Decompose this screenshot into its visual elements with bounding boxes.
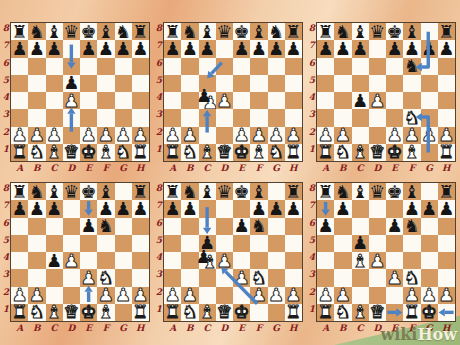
square-e2 [386,287,403,304]
square-d5 [216,235,233,252]
square-h8: ♜ [132,183,149,200]
file-label-A: A [164,162,181,174]
square-a4 [164,252,181,269]
black-pawn: ♟ [438,200,454,218]
square-b2: ♟ [28,287,45,304]
white-queen: ♛ [216,303,232,321]
square-e8: ♚ [80,183,97,200]
square-e1: ♚ [386,144,403,161]
square-h2: ♟ [285,127,302,144]
white-rook: ♜ [318,303,334,321]
square-f1: ♝ [403,144,420,161]
square-a3 [164,269,181,286]
square-g6 [421,218,438,235]
square-e5 [386,235,403,252]
square-a3 [164,109,181,126]
file-label-A: A [11,162,28,174]
square-e2: ♟ [233,127,250,144]
square-c2 [46,287,63,304]
chess-board: ♜♞♝♛♚♝♞♜♟♟♟♟♟♟♟♟♟♟♟♟♟♟♟♟♜♞♝♛♚♝♞♜ [164,23,302,161]
square-c4: ♟♟ [199,92,216,109]
square-d2 [369,127,386,144]
square-a7: ♟ [11,40,28,57]
square-g3 [421,109,438,126]
wikihow-wiki-text: wiki [380,325,417,344]
black-king: ♚ [234,183,250,201]
square-h8: ♜ [285,23,302,40]
square-g7: ♟ [268,40,285,57]
black-pawn: ♟ [98,40,114,58]
square-f4 [403,92,420,109]
white-rook: ♜ [132,303,148,321]
square-g1 [268,304,285,321]
square-e5 [386,75,403,92]
square-f7: ♟ [97,200,114,217]
rank-label-8: 8 [306,23,317,40]
white-pawn: ♟ [421,286,437,304]
white-rook: ♜ [438,143,454,161]
square-g4 [421,92,438,109]
square-h3 [132,109,149,126]
white-pawn: ♟ [268,126,284,144]
square-b5 [28,75,45,92]
square-e5 [233,75,250,92]
square-f3 [250,109,267,126]
black-pawn: ♟ [46,200,62,218]
square-c6 [46,58,63,75]
black-queen: ♛ [216,183,232,201]
square-e8: ♚ [233,23,250,40]
square-a5 [11,235,28,252]
square-b3 [28,109,45,126]
rank-label-3: 3 [153,109,164,126]
rank-label-5: 5 [0,235,11,252]
square-c3 [46,109,63,126]
white-pawn: ♟ [29,286,45,304]
rank-label-5: 5 [306,75,317,92]
black-pawn: ♟ [285,40,301,58]
square-g5 [421,235,438,252]
square-e1: ♚ [233,304,250,321]
chess-board: ♜♞♝♛♚♝♜♟♟♟♟♟♟♟♞♟♟♟♞♟♟♟♟♟♜♞♝♛♚♝♜ [11,183,149,321]
square-f8: ♝ [403,23,420,40]
square-f3: ♞ [403,109,420,126]
white-pawn: ♟ [234,269,250,287]
file-labels: ABCDEFGH [164,162,302,174]
square-b1: ♞ [334,144,351,161]
square-b8: ♞ [28,183,45,200]
file-label-A: A [317,162,334,174]
rank-label-7: 7 [0,200,11,217]
square-e4 [233,252,250,269]
square-h5 [285,75,302,92]
square-f5 [250,235,267,252]
white-pawn: ♟ [216,92,232,110]
square-h3 [438,269,455,286]
white-bishop: ♝ [352,143,368,161]
square-b4 [28,252,45,269]
black-knight: ♞ [268,23,284,41]
black-bishop: ♝ [98,183,114,201]
square-h6 [438,218,455,235]
rank-label-3: 3 [0,269,11,286]
black-pawn: ♟ [182,200,198,218]
square-e4 [386,252,403,269]
square-f6: ♞ [250,218,267,235]
square-d7 [369,40,386,57]
square-e4 [80,92,97,109]
square-b1: ♞ [181,304,198,321]
white-king: ♚ [234,143,250,161]
file-label-E: E [80,162,97,174]
square-d1: ♛ [216,144,233,161]
square-d3 [63,269,80,286]
square-h3 [285,109,302,126]
square-b2: ♟ [28,127,45,144]
file-labels: ABCDEFGH [11,162,149,174]
square-g5 [115,235,132,252]
square-f1 [250,304,267,321]
square-a3 [11,269,28,286]
white-pawn: ♟ [268,286,284,304]
square-h1: ♜ [132,304,149,321]
square-c5: ♟ [199,235,216,252]
square-b5 [334,75,351,92]
square-a6 [164,218,181,235]
square-f1: ♜ [403,304,420,321]
square-g1: ♞ [115,144,132,161]
square-d3 [216,269,233,286]
rank-label-6: 6 [306,218,317,235]
square-a6 [11,218,28,235]
square-a5 [164,75,181,92]
black-knight: ♞ [29,183,45,201]
square-b5 [181,235,198,252]
square-f3 [97,109,114,126]
square-f5 [403,75,420,92]
black-bishop: ♝ [404,23,420,41]
rank-labels: 87654321 [306,183,317,321]
square-b7: ♟ [181,40,198,57]
square-e2 [80,287,97,304]
square-c1: ♝ [199,304,216,321]
square-g2: ♟ [115,287,132,304]
white-pawn: ♟ [318,126,334,144]
rank-label-1: 1 [0,304,11,321]
square-g3 [421,269,438,286]
rank-label-4: 4 [153,252,164,269]
square-e1: ♚ [80,304,97,321]
square-d1: ♛ [63,144,80,161]
square-e6 [80,58,97,75]
square-e5 [80,75,97,92]
black-pawn: ♟ [81,217,97,235]
square-f4 [97,252,114,269]
board-5: 87654321 ♜♞♝♛♚♝♜♟♟♟♟♟♟♞♟♟♝♟♟♞♟♟♟♟♟♜♞♝♛♚♜… [153,183,302,335]
square-d6 [63,218,80,235]
white-king: ♚ [81,303,97,321]
square-c1: ♝ [352,144,369,161]
square-a4 [11,252,28,269]
square-c3 [199,269,216,286]
black-rook: ♜ [285,183,301,201]
black-pawn: ♟ [199,234,215,252]
square-c7: ♟ [352,40,369,57]
square-g3 [268,269,285,286]
black-pawn: ♟ [29,200,45,218]
black-bishop: ♝ [98,23,114,41]
white-rook: ♜ [165,303,181,321]
square-g2: ♟ [268,287,285,304]
white-pawn: ♟ [98,126,114,144]
square-a8: ♜ [11,183,28,200]
square-h5 [438,235,455,252]
white-bishop: ♝ [404,143,420,161]
rank-label-5: 5 [153,75,164,92]
black-rook: ♜ [12,23,28,41]
square-a8: ♜ [317,183,334,200]
white-queen: ♛ [369,303,385,321]
square-d4: ♟ [216,92,233,109]
square-b5 [181,75,198,92]
white-pawn: ♟ [29,126,45,144]
square-d8: ♛ [369,183,386,200]
square-d3 [369,109,386,126]
square-g5 [115,75,132,92]
white-rook: ♜ [318,143,334,161]
square-g2: ♟ [115,127,132,144]
rank-label-2: 2 [0,287,11,304]
black-pawn: ♟ [421,40,437,58]
wikihow-chess-diagram: 87654321 ♜♞♝♛♚♝♞♜♟♟♟♟♟♟♟♟♟♟♟♟♟♟♟♟♜♞♝♛♚♝♞… [0,0,460,345]
square-e2: ♟ [80,127,97,144]
file-label-D: D [63,322,80,334]
square-e6: ♟ [386,218,403,235]
file-label-H: H [438,162,455,174]
square-b7: ♟ [181,200,198,217]
square-e4 [386,92,403,109]
rank-label-6: 6 [153,58,164,75]
square-g5 [268,235,285,252]
square-e6 [386,58,403,75]
square-g1: ♚ [421,304,438,321]
black-pawn: ♟ [98,200,114,218]
square-f2: ♟ [97,287,114,304]
square-f8: ♝ [97,23,114,40]
square-a1: ♜ [317,304,334,321]
square-c6 [199,218,216,235]
square-d4: ♟ [369,92,386,109]
square-e7: ♟ [80,40,97,57]
black-rook: ♜ [318,183,334,201]
file-label-F: F [250,162,267,174]
white-knight: ♞ [182,143,198,161]
white-king: ♚ [387,143,403,161]
white-king: ♚ [81,143,97,161]
square-b3 [181,269,198,286]
square-d7 [216,40,233,57]
square-f3: ♞ [97,269,114,286]
black-pawn: ♟ [165,40,181,58]
square-d8: ♛ [216,23,233,40]
rank-labels: 87654321 [0,23,11,161]
white-pawn: ♟ [216,252,232,270]
black-rook: ♜ [165,23,181,41]
square-c6 [352,58,369,75]
file-label-A: A [164,322,181,334]
square-c8: ♝ [352,23,369,40]
white-pawn: ♟ [182,286,198,304]
square-c7 [199,200,216,217]
square-c6 [199,58,216,75]
square-e4 [80,252,97,269]
white-knight: ♞ [251,269,267,287]
square-f8: ♝ [403,183,420,200]
square-c1: ♝ [199,144,216,161]
rank-label-5: 5 [306,235,317,252]
file-label-F: F [97,162,114,174]
square-g6 [115,58,132,75]
black-pawn: ♟ [268,40,284,58]
file-label-H: H [285,322,302,334]
square-c4: ♟ [352,92,369,109]
square-f1: ♝ [250,144,267,161]
square-d7 [63,40,80,57]
square-g2: ♟ [268,127,285,144]
square-e3 [386,109,403,126]
rank-label-7: 7 [0,40,11,57]
square-c1: ♝ [46,304,63,321]
rank-label-7: 7 [306,200,317,217]
white-queen: ♛ [63,303,79,321]
square-g1 [421,144,438,161]
square-f7: ♟ [403,200,420,217]
black-pawn: ♟ [352,92,368,110]
square-d2 [369,287,386,304]
square-f3: ♞ [403,269,420,286]
rank-label-2: 2 [306,127,317,144]
square-e8: ♚ [80,23,97,40]
square-b3 [334,109,351,126]
black-knight: ♞ [404,217,420,235]
square-g8: ♞ [115,23,132,40]
square-h7: ♟ [132,40,149,57]
white-pawn: ♟ [421,126,437,144]
white-bishop: ♝ [46,143,62,161]
square-f6 [250,58,267,75]
square-g6 [115,218,132,235]
black-king: ♚ [387,23,403,41]
square-b6 [181,218,198,235]
square-a1: ♜ [11,304,28,321]
rank-label-5: 5 [0,75,11,92]
black-pawn: ♟ [115,40,131,58]
black-bishop: ♝ [46,183,62,201]
rank-label-4: 4 [153,92,164,109]
black-bishop: ♝ [352,23,368,41]
square-h1: ♜ [132,144,149,161]
black-pawn: ♟ [352,40,368,58]
file-label-D: D [63,162,80,174]
square-f5 [97,75,114,92]
white-pawn: ♟ [438,286,454,304]
black-queen: ♛ [369,23,385,41]
rank-label-1: 1 [153,304,164,321]
file-labels: ABCDEFGH [164,322,302,334]
square-f2: ♟ [250,127,267,144]
square-a2: ♟ [11,127,28,144]
square-h3 [438,109,455,126]
square-c7: ♟ [46,40,63,57]
square-a4 [317,92,334,109]
square-a7: ♟ [317,40,334,57]
black-pawn: ♟ [438,40,454,58]
white-pawn: ♟ [81,269,97,287]
square-c6 [352,218,369,235]
black-bishop: ♝ [251,23,267,41]
square-d8: ♛ [216,183,233,200]
square-e5 [80,235,97,252]
white-knight: ♞ [29,143,45,161]
file-label-F: F [403,162,420,174]
rank-label-8: 8 [153,23,164,40]
square-g7: ♟ [421,200,438,217]
square-e3 [80,109,97,126]
square-g4 [268,252,285,269]
black-bishop: ♝ [199,23,215,41]
square-h4 [438,252,455,269]
black-knight: ♞ [29,23,45,41]
square-e3: ♟ [386,269,403,286]
square-a3 [11,109,28,126]
square-d5 [369,235,386,252]
square-b2: ♟ [181,127,198,144]
white-pawn: ♟ [81,126,97,144]
square-g6 [268,218,285,235]
square-a5 [317,235,334,252]
black-rook: ♜ [438,23,454,41]
rank-label-8: 8 [306,183,317,200]
square-e4 [233,92,250,109]
white-pawn: ♟ [132,286,148,304]
file-label-D: D [216,322,233,334]
square-b4 [334,92,351,109]
square-h7: ♟ [438,40,455,57]
square-e3: ♟ [233,269,250,286]
black-knight: ♞ [115,23,131,41]
rank-label-8: 8 [0,183,11,200]
square-d5 [63,235,80,252]
square-b6 [28,58,45,75]
black-pawn: ♟ [318,40,334,58]
square-b7: ♟ [28,40,45,57]
rank-labels: 87654321 [153,183,164,321]
white-knight: ♞ [29,303,45,321]
white-pawn: ♟ [132,126,148,144]
square-f8: ♝ [97,183,114,200]
black-pawn: ♟ [335,200,351,218]
rank-label-4: 4 [306,92,317,109]
file-label-D: D [369,162,386,174]
square-g4 [115,92,132,109]
square-a2: ♟ [11,287,28,304]
rank-label-1: 1 [306,144,317,161]
black-pawn: ♟ [12,200,28,218]
square-a7: ♟ [164,200,181,217]
square-a5 [164,235,181,252]
square-e6: ♟ [233,218,250,235]
square-e8: ♚ [233,183,250,200]
